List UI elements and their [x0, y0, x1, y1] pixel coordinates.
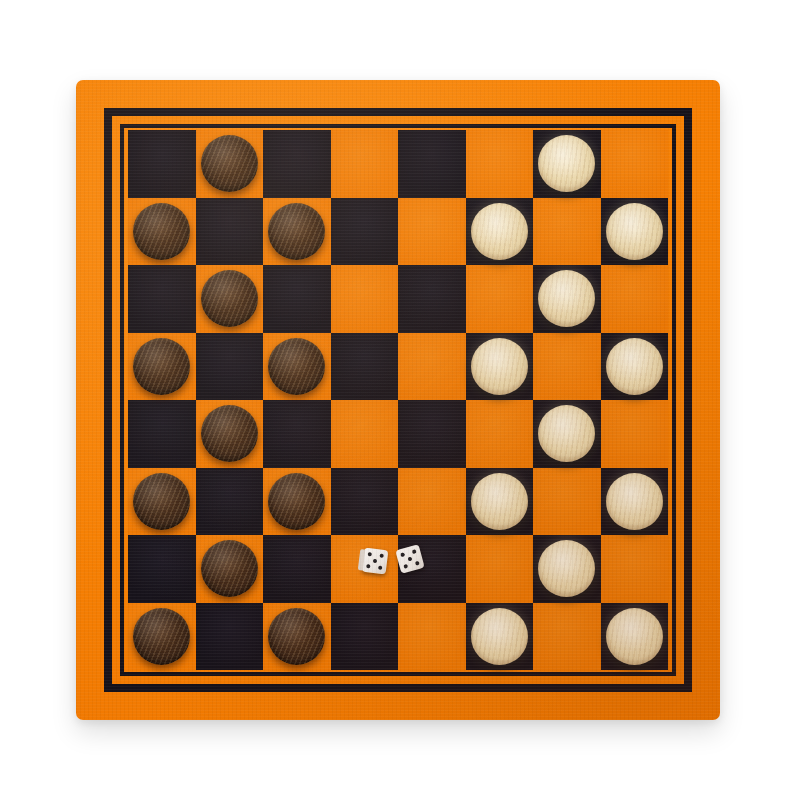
checkers-mat — [76, 80, 720, 720]
die-1-value-5[interactable] — [362, 548, 389, 575]
die-2-value-5[interactable] — [395, 544, 424, 573]
die-pip — [378, 565, 382, 569]
die-pip — [366, 564, 370, 568]
die-pip — [379, 554, 383, 558]
die-pip — [373, 559, 377, 563]
die-pip — [415, 561, 420, 566]
dice-layer — [128, 130, 668, 670]
die-pip-cell — [377, 564, 384, 571]
die-pip-cell — [414, 560, 421, 567]
die-pip — [368, 552, 372, 556]
